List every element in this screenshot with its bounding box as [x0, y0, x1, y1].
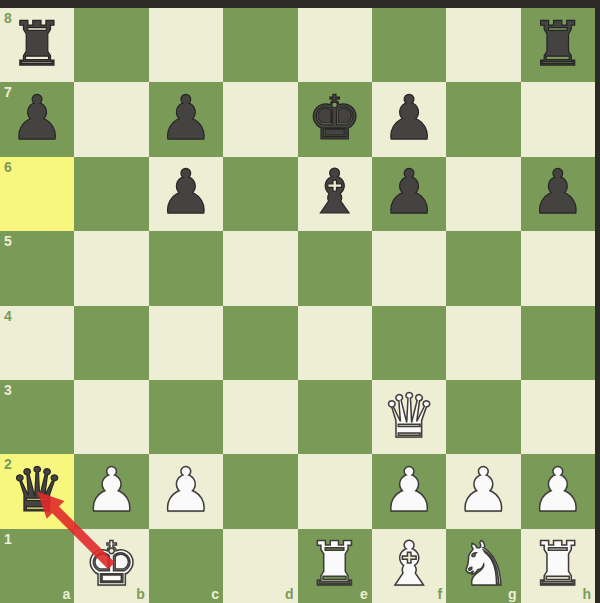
square-d8[interactable] — [223, 8, 297, 82]
piece-white-rook[interactable]: ♜ — [530, 533, 585, 594]
square-g7[interactable] — [446, 82, 520, 156]
square-e5[interactable] — [298, 231, 372, 305]
piece-black-pawn[interactable]: ♟ — [159, 161, 214, 222]
square-c8[interactable] — [149, 8, 223, 82]
piece-black-bishop[interactable]: ♝ — [307, 161, 362, 222]
square-g8[interactable] — [446, 8, 520, 82]
square-g4[interactable] — [446, 306, 520, 380]
piece-white-king[interactable]: ♚ — [84, 533, 139, 594]
square-h2[interactable]: ♟ — [521, 454, 595, 528]
square-a1[interactable]: 1a — [0, 529, 74, 603]
piece-white-pawn[interactable]: ♟ — [530, 459, 585, 520]
square-c5[interactable] — [149, 231, 223, 305]
rank-label-3: 3 — [4, 383, 12, 397]
square-d7[interactable] — [223, 82, 297, 156]
square-f1[interactable]: f♝ — [372, 529, 446, 603]
piece-white-knight[interactable]: ♞ — [456, 533, 511, 594]
square-c6[interactable]: ♟ — [149, 157, 223, 231]
piece-white-pawn[interactable]: ♟ — [159, 459, 214, 520]
rank-label-5: 5 — [4, 234, 12, 248]
rank-label-6: 6 — [4, 160, 12, 174]
file-label-a: a — [63, 587, 71, 601]
square-a6[interactable]: 6 — [0, 157, 74, 231]
square-e8[interactable] — [298, 8, 372, 82]
chess-board: 8♜♜7♟♟♚♟6♟♝♟♟543♛2♛♟♟♟♟♟1ab♚cde♜f♝g♞h♜ — [0, 8, 595, 603]
square-b1[interactable]: b♚ — [74, 529, 148, 603]
square-b8[interactable] — [74, 8, 148, 82]
piece-black-rook[interactable]: ♜ — [10, 13, 65, 74]
square-d1[interactable]: d — [223, 529, 297, 603]
square-f7[interactable]: ♟ — [372, 82, 446, 156]
piece-white-pawn[interactable]: ♟ — [84, 459, 139, 520]
piece-black-pawn[interactable]: ♟ — [10, 87, 65, 148]
square-h4[interactable] — [521, 306, 595, 380]
square-a7[interactable]: 7♟ — [0, 82, 74, 156]
square-a2[interactable]: 2♛ — [0, 454, 74, 528]
square-a8[interactable]: 8♜ — [0, 8, 74, 82]
piece-black-rook[interactable]: ♜ — [530, 13, 585, 74]
square-c1[interactable]: c — [149, 529, 223, 603]
square-h6[interactable]: ♟ — [521, 157, 595, 231]
square-g1[interactable]: g♞ — [446, 529, 520, 603]
rank-label-4: 4 — [4, 309, 12, 323]
square-b3[interactable] — [74, 380, 148, 454]
square-h8[interactable]: ♜ — [521, 8, 595, 82]
square-e3[interactable] — [298, 380, 372, 454]
square-d2[interactable] — [223, 454, 297, 528]
square-a4[interactable]: 4 — [0, 306, 74, 380]
square-f2[interactable]: ♟ — [372, 454, 446, 528]
file-label-f: f — [438, 587, 443, 601]
square-a3[interactable]: 3 — [0, 380, 74, 454]
piece-white-pawn[interactable]: ♟ — [382, 459, 437, 520]
square-c3[interactable] — [149, 380, 223, 454]
piece-black-pawn[interactable]: ♟ — [382, 87, 437, 148]
square-f5[interactable] — [372, 231, 446, 305]
square-d5[interactable] — [223, 231, 297, 305]
square-e1[interactable]: e♜ — [298, 529, 372, 603]
piece-white-bishop[interactable]: ♝ — [382, 533, 437, 594]
square-g2[interactable]: ♟ — [446, 454, 520, 528]
square-d4[interactable] — [223, 306, 297, 380]
square-d6[interactable] — [223, 157, 297, 231]
piece-black-pawn[interactable]: ♟ — [159, 87, 214, 148]
square-b2[interactable]: ♟ — [74, 454, 148, 528]
square-h5[interactable] — [521, 231, 595, 305]
square-e7[interactable]: ♚ — [298, 82, 372, 156]
piece-white-pawn[interactable]: ♟ — [456, 459, 511, 520]
piece-black-king[interactable]: ♚ — [307, 87, 362, 148]
square-f6[interactable]: ♟ — [372, 157, 446, 231]
square-f8[interactable] — [372, 8, 446, 82]
square-e6[interactable]: ♝ — [298, 157, 372, 231]
square-b5[interactable] — [74, 231, 148, 305]
square-b7[interactable] — [74, 82, 148, 156]
square-a5[interactable]: 5 — [0, 231, 74, 305]
square-f4[interactable] — [372, 306, 446, 380]
square-c4[interactable] — [149, 306, 223, 380]
square-d3[interactable] — [223, 380, 297, 454]
piece-black-pawn[interactable]: ♟ — [382, 161, 437, 222]
rank-label-1: 1 — [4, 532, 12, 546]
piece-black-pawn[interactable]: ♟ — [530, 161, 585, 222]
square-c2[interactable]: ♟ — [149, 454, 223, 528]
square-e2[interactable] — [298, 454, 372, 528]
square-g6[interactable] — [446, 157, 520, 231]
piece-white-queen[interactable]: ♛ — [382, 385, 437, 446]
square-b6[interactable] — [74, 157, 148, 231]
square-g5[interactable] — [446, 231, 520, 305]
square-h7[interactable] — [521, 82, 595, 156]
square-e4[interactable] — [298, 306, 372, 380]
square-f3[interactable]: ♛ — [372, 380, 446, 454]
file-label-c: c — [211, 587, 219, 601]
square-h3[interactable] — [521, 380, 595, 454]
square-g3[interactable] — [446, 380, 520, 454]
piece-white-rook[interactable]: ♜ — [307, 533, 362, 594]
square-b4[interactable] — [74, 306, 148, 380]
square-c7[interactable]: ♟ — [149, 82, 223, 156]
square-h1[interactable]: h♜ — [521, 529, 595, 603]
piece-black-queen[interactable]: ♛ — [10, 459, 65, 520]
file-label-d: d — [285, 587, 294, 601]
